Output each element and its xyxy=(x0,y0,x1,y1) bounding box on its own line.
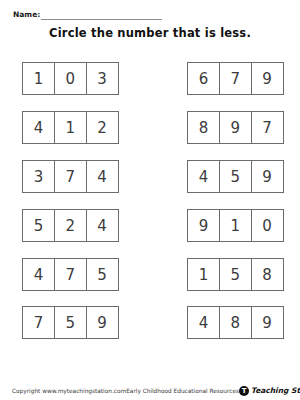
number-strip: 4 1 2 xyxy=(22,111,119,144)
number-cell[interactable]: 9 xyxy=(219,111,252,144)
number-cell[interactable]: 7 xyxy=(54,160,87,193)
teaching-station-logo-icon: T xyxy=(239,386,249,396)
number-cell[interactable]: 1 xyxy=(54,111,87,144)
number-strip: 6 7 9 xyxy=(187,62,284,95)
page-title: Circle the number that is less. xyxy=(0,26,300,40)
number-cell[interactable]: 4 xyxy=(22,111,55,144)
number-cell[interactable]: 4 xyxy=(86,160,119,193)
number-cell[interactable]: 0 xyxy=(54,62,87,95)
number-cell[interactable]: 9 xyxy=(251,62,284,95)
number-cell[interactable]: 4 xyxy=(22,258,55,291)
number-cell[interactable]: 8 xyxy=(219,306,252,339)
number-strip: 1 5 8 xyxy=(187,258,284,291)
number-cell[interactable]: 4 xyxy=(187,306,220,339)
number-strip: 9 1 0 xyxy=(187,209,284,242)
number-cell[interactable]: 5 xyxy=(54,306,87,339)
footer: Copyright www.myteachingstation.com Earl… xyxy=(0,383,300,398)
number-cell[interactable]: 9 xyxy=(251,160,284,193)
number-strip: 4 8 9 xyxy=(187,306,284,339)
number-cell[interactable]: 5 xyxy=(22,209,55,242)
number-cell[interactable]: 5 xyxy=(219,160,252,193)
number-cell[interactable]: 4 xyxy=(86,209,119,242)
number-cell[interactable]: 0 xyxy=(251,209,284,242)
number-cell[interactable]: 7 xyxy=(219,62,252,95)
number-cell[interactable]: 8 xyxy=(187,111,220,144)
number-cell[interactable]: 2 xyxy=(86,111,119,144)
number-cell[interactable]: 7 xyxy=(251,111,284,144)
number-cell[interactable]: 1 xyxy=(22,62,55,95)
number-cell[interactable]: 7 xyxy=(54,258,87,291)
number-cell[interactable]: 6 xyxy=(187,62,220,95)
copyright-text: Copyright www.myteachingstation.com xyxy=(12,388,126,394)
number-strip: 7 5 9 xyxy=(22,306,119,339)
number-cell[interactable]: 5 xyxy=(86,258,119,291)
footer-center-text: Early Childhood Educational Resources xyxy=(126,388,239,394)
number-cell[interactable]: 9 xyxy=(187,209,220,242)
number-cell[interactable]: 7 xyxy=(22,306,55,339)
number-strip: 1 0 3 xyxy=(22,62,119,95)
number-cell[interactable]: 4 xyxy=(187,160,220,193)
number-cell[interactable]: 3 xyxy=(86,62,119,95)
number-cell[interactable]: 9 xyxy=(251,306,284,339)
number-strip: 4 5 9 xyxy=(187,160,284,193)
name-label: Name: xyxy=(13,10,40,20)
number-strip: 5 2 4 xyxy=(22,209,119,242)
number-cell[interactable]: 9 xyxy=(86,306,119,339)
brand-logo: T Teaching Station xyxy=(239,386,300,396)
number-cell[interactable]: 3 xyxy=(22,160,55,193)
number-strip: 4 7 5 xyxy=(22,258,119,291)
name-row: Name: xyxy=(13,10,162,20)
number-cell[interactable]: 5 xyxy=(219,258,252,291)
number-cell[interactable]: 1 xyxy=(187,258,220,291)
name-input-line[interactable] xyxy=(41,10,162,20)
brand-name: Teaching Station xyxy=(251,386,300,395)
number-cell[interactable]: 8 xyxy=(251,258,284,291)
number-cell[interactable]: 1 xyxy=(219,209,252,242)
number-cell[interactable]: 2 xyxy=(54,209,87,242)
number-strip: 8 9 7 xyxy=(187,111,284,144)
number-strip: 3 7 4 xyxy=(22,160,119,193)
